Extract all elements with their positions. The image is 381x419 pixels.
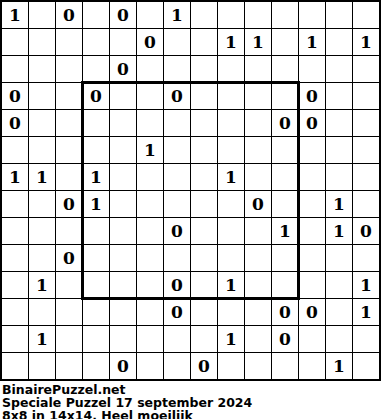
cell-r5c13[interactable]	[326, 110, 352, 136]
cell-r14c10[interactable]	[245, 353, 271, 379]
cell-r1c7: 1	[164, 2, 190, 28]
cell-r10c1[interactable]	[2, 245, 28, 271]
cell-r3c12[interactable]	[299, 56, 325, 82]
cell-r8c7[interactable]	[164, 191, 190, 217]
cell-r3c4[interactable]	[83, 56, 109, 82]
cell-r14c8: 0	[191, 353, 217, 379]
cell-r14c2[interactable]	[29, 353, 55, 379]
cell-r6c11[interactable]	[272, 137, 298, 163]
cell-r5c7[interactable]	[164, 110, 190, 136]
cell-r9c5[interactable]	[110, 218, 136, 244]
cell-r11c4[interactable]	[83, 272, 109, 298]
cell-r11c13[interactable]	[326, 272, 352, 298]
cell-r6c7[interactable]	[164, 137, 190, 163]
cell-r4c8[interactable]	[191, 83, 217, 109]
cell-r11c7: 0	[164, 272, 190, 298]
cell-r8c2[interactable]	[29, 191, 55, 217]
cell-r3c8[interactable]	[191, 56, 217, 82]
cell-r8c1[interactable]	[2, 191, 28, 217]
cell-r7c14[interactable]	[353, 164, 379, 190]
cell-r5c1: 0	[2, 110, 28, 136]
cell-r14c13: 1	[326, 353, 352, 379]
cell-r5c8[interactable]	[191, 110, 217, 136]
cell-r10c7[interactable]	[164, 245, 190, 271]
cell-r6c5[interactable]	[110, 137, 136, 163]
cell-r6c2[interactable]	[29, 137, 55, 163]
cell-r13c8[interactable]	[191, 326, 217, 352]
cell-r9c3[interactable]	[56, 218, 82, 244]
footer: BinairePuzzel.net Speciale Puzzel 17 sep…	[0, 381, 381, 419]
cell-r11c1[interactable]	[2, 272, 28, 298]
cell-r14c4[interactable]	[83, 353, 109, 379]
cell-r3c10[interactable]	[245, 56, 271, 82]
cell-r8c14[interactable]	[353, 191, 379, 217]
cell-r4c11[interactable]	[272, 83, 298, 109]
cell-r4c3[interactable]	[56, 83, 82, 109]
cell-r4c2[interactable]	[29, 83, 55, 109]
cell-r10c8[interactable]	[191, 245, 217, 271]
cell-r11c8[interactable]	[191, 272, 217, 298]
cell-r12c2[interactable]	[29, 299, 55, 325]
cell-r2c3[interactable]	[56, 29, 82, 55]
cell-r2c13[interactable]	[326, 29, 352, 55]
cell-r12c3[interactable]	[56, 299, 82, 325]
cell-r8c13: 1	[326, 191, 352, 217]
cell-r12c8[interactable]	[191, 299, 217, 325]
cell-r7c5[interactable]	[110, 164, 136, 190]
cell-r9c6[interactable]	[137, 218, 163, 244]
cell-r8c12[interactable]	[299, 191, 325, 217]
cell-r6c1[interactable]	[2, 137, 28, 163]
cell-r14c3[interactable]	[56, 353, 82, 379]
cell-r14c9[interactable]	[218, 353, 244, 379]
cell-r12c13[interactable]	[326, 299, 352, 325]
cell-r14c11[interactable]	[272, 353, 298, 379]
cell-r3c5: 0	[110, 56, 136, 82]
cell-r10c14[interactable]	[353, 245, 379, 271]
puzzle-description: 8x8 in 14x14, Heel moeilijk	[2, 409, 381, 419]
cell-r13c12[interactable]	[299, 326, 325, 352]
cell-r12c6[interactable]	[137, 299, 163, 325]
cell-r9c8[interactable]	[191, 218, 217, 244]
cell-r13c1[interactable]	[2, 326, 28, 352]
cell-r10c4[interactable]	[83, 245, 109, 271]
cell-r2c10: 1	[245, 29, 271, 55]
cell-r1c12[interactable]	[299, 2, 325, 28]
cell-r4c4: 0	[83, 83, 109, 109]
cell-r2c1[interactable]	[2, 29, 28, 55]
cell-r5c11: 0	[272, 110, 298, 136]
cell-r1c3: 0	[56, 2, 82, 28]
cell-r9c12[interactable]	[299, 218, 325, 244]
cell-r1c11[interactable]	[272, 2, 298, 28]
cell-r5c4[interactable]	[83, 110, 109, 136]
cell-r9c14: 0	[353, 218, 379, 244]
cell-r7c1: 1	[2, 164, 28, 190]
cell-r12c10[interactable]	[245, 299, 271, 325]
cell-r3c2[interactable]	[29, 56, 55, 82]
cell-r4c14[interactable]	[353, 83, 379, 109]
cell-r1c14[interactable]	[353, 2, 379, 28]
cell-r12c4[interactable]	[83, 299, 109, 325]
cell-r12c14: 1	[353, 299, 379, 325]
cell-r12c12: 0	[299, 299, 325, 325]
cell-r2c14: 1	[353, 29, 379, 55]
cell-r7c2: 1	[29, 164, 55, 190]
cell-r7c10[interactable]	[245, 164, 271, 190]
cell-r3c11[interactable]	[272, 56, 298, 82]
cell-r9c2[interactable]	[29, 218, 55, 244]
cell-r11c11[interactable]	[272, 272, 298, 298]
cell-r7c13[interactable]	[326, 164, 352, 190]
puzzle-page: 1001011110000000011111010101100101100011…	[0, 0, 381, 419]
cell-r2c5[interactable]	[110, 29, 136, 55]
cell-r6c13[interactable]	[326, 137, 352, 163]
cell-r13c4[interactable]	[83, 326, 109, 352]
cell-r9c13: 1	[326, 218, 352, 244]
cell-r2c2[interactable]	[29, 29, 55, 55]
cell-r9c1[interactable]	[2, 218, 28, 244]
cell-r13c13[interactable]	[326, 326, 352, 352]
cell-r11c9: 1	[218, 272, 244, 298]
cell-r5c2[interactable]	[29, 110, 55, 136]
cell-r8c6[interactable]	[137, 191, 163, 217]
cell-r1c13[interactable]	[326, 2, 352, 28]
cell-r9c4[interactable]	[83, 218, 109, 244]
cell-r14c5: 0	[110, 353, 136, 379]
cell-r10c10[interactable]	[245, 245, 271, 271]
cell-r13c7[interactable]	[164, 326, 190, 352]
cell-r6c8[interactable]	[191, 137, 217, 163]
cell-r2c4[interactable]	[83, 29, 109, 55]
cell-r8c8[interactable]	[191, 191, 217, 217]
cell-r4c12: 0	[299, 83, 325, 109]
cell-r8c4: 1	[83, 191, 109, 217]
cell-r3c13[interactable]	[326, 56, 352, 82]
cell-r6c3[interactable]	[56, 137, 82, 163]
cell-r6c10[interactable]	[245, 137, 271, 163]
cell-r12c11: 0	[272, 299, 298, 325]
cell-r4c5[interactable]	[110, 83, 136, 109]
cell-r2c9: 1	[218, 29, 244, 55]
cell-r1c5: 0	[110, 2, 136, 28]
cell-r2c12: 1	[299, 29, 325, 55]
cell-r5c12: 0	[299, 110, 325, 136]
cell-r6c6: 1	[137, 137, 163, 163]
cell-r4c13[interactable]	[326, 83, 352, 109]
cell-r3c3[interactable]	[56, 56, 82, 82]
cell-r10c11[interactable]	[272, 245, 298, 271]
cell-r10c9[interactable]	[218, 245, 244, 271]
cell-r11c10[interactable]	[245, 272, 271, 298]
cell-r13c11: 0	[272, 326, 298, 352]
cell-r7c8[interactable]	[191, 164, 217, 190]
cell-r10c12[interactable]	[299, 245, 325, 271]
cell-r14c6[interactable]	[137, 353, 163, 379]
cell-r6c14[interactable]	[353, 137, 379, 163]
cell-r5c9[interactable]	[218, 110, 244, 136]
cell-r5c10[interactable]	[245, 110, 271, 136]
cell-r2c11[interactable]	[272, 29, 298, 55]
cell-r1c6[interactable]	[137, 2, 163, 28]
cell-r4c6[interactable]	[137, 83, 163, 109]
cell-r13c14[interactable]	[353, 326, 379, 352]
cell-r2c7[interactable]	[164, 29, 190, 55]
cell-r8c3: 0	[56, 191, 82, 217]
cell-r14c7[interactable]	[164, 353, 190, 379]
cell-r1c10[interactable]	[245, 2, 271, 28]
cell-r7c6[interactable]	[137, 164, 163, 190]
cell-r13c3[interactable]	[56, 326, 82, 352]
cell-r6c4[interactable]	[83, 137, 109, 163]
cell-r12c7: 0	[164, 299, 190, 325]
cell-r1c4[interactable]	[83, 2, 109, 28]
cell-r9c11: 1	[272, 218, 298, 244]
cell-r1c2[interactable]	[29, 2, 55, 28]
cell-r8c5[interactable]	[110, 191, 136, 217]
cell-r8c11[interactable]	[272, 191, 298, 217]
cell-r4c9[interactable]	[218, 83, 244, 109]
cell-r8c9[interactable]	[218, 191, 244, 217]
cell-r11c14: 1	[353, 272, 379, 298]
cell-r11c2: 1	[29, 272, 55, 298]
cell-r3c9[interactable]	[218, 56, 244, 82]
cell-r12c1[interactable]	[2, 299, 28, 325]
cell-r13c2: 1	[29, 326, 55, 352]
cell-r9c7: 0	[164, 218, 190, 244]
cell-r5c6[interactable]	[137, 110, 163, 136]
cell-r4c1: 0	[2, 83, 28, 109]
cell-r14c12[interactable]	[299, 353, 325, 379]
cell-r6c12[interactable]	[299, 137, 325, 163]
cell-r14c1[interactable]	[2, 353, 28, 379]
cell-r11c12[interactable]	[299, 272, 325, 298]
cell-r9c9[interactable]	[218, 218, 244, 244]
cell-r7c4: 1	[83, 164, 109, 190]
cell-r7c3[interactable]	[56, 164, 82, 190]
cell-r7c9: 1	[218, 164, 244, 190]
cell-r11c5[interactable]	[110, 272, 136, 298]
cell-r5c5[interactable]	[110, 110, 136, 136]
cell-r9c10[interactable]	[245, 218, 271, 244]
cell-r14c14[interactable]	[353, 353, 379, 379]
cell-r8c10: 0	[245, 191, 271, 217]
cell-r11c3[interactable]	[56, 272, 82, 298]
cell-r2c8[interactable]	[191, 29, 217, 55]
cell-r4c10[interactable]	[245, 83, 271, 109]
cell-r10c6[interactable]	[137, 245, 163, 271]
cell-r13c9: 1	[218, 326, 244, 352]
cell-r4c7: 0	[164, 83, 190, 109]
cell-r3c14[interactable]	[353, 56, 379, 82]
cell-r7c11[interactable]	[272, 164, 298, 190]
cell-r10c5[interactable]	[110, 245, 136, 271]
cell-r3c7[interactable]	[164, 56, 190, 82]
board: 1001011110000000011111010101100101100011…	[0, 0, 381, 381]
cell-r7c7[interactable]	[164, 164, 190, 190]
cell-r10c3: 0	[56, 245, 82, 271]
cell-r6c9[interactable]	[218, 137, 244, 163]
cell-r12c9[interactable]	[218, 299, 244, 325]
cell-r11c6[interactable]	[137, 272, 163, 298]
cell-r2c6: 0	[137, 29, 163, 55]
cell-r5c3[interactable]	[56, 110, 82, 136]
cell-r1c9[interactable]	[218, 2, 244, 28]
cell-r1c8[interactable]	[191, 2, 217, 28]
cell-r10c13[interactable]	[326, 245, 352, 271]
cell-r3c1[interactable]	[2, 56, 28, 82]
cell-r13c10[interactable]	[245, 326, 271, 352]
cell-r3c6[interactable]	[137, 56, 163, 82]
cell-r13c5[interactable]	[110, 326, 136, 352]
cell-r1c1: 1	[2, 2, 28, 28]
cell-r10c2[interactable]	[29, 245, 55, 271]
cell-r5c14[interactable]	[353, 110, 379, 136]
cell-r12c5[interactable]	[110, 299, 136, 325]
cell-r7c12[interactable]	[299, 164, 325, 190]
cell-r13c6[interactable]	[137, 326, 163, 352]
